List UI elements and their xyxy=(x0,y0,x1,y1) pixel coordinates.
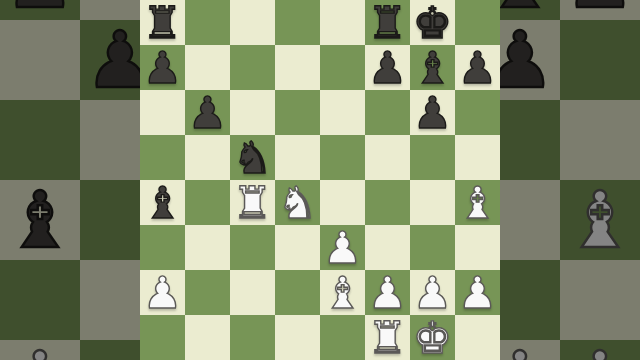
square-d8[interactable] xyxy=(275,0,320,45)
piece-black-pawn[interactable]: ♟ xyxy=(458,46,497,90)
square-a8[interactable]: ♜ xyxy=(140,0,185,45)
square-f3[interactable] xyxy=(365,225,410,270)
square-h1[interactable] xyxy=(455,315,500,360)
square-b3[interactable] xyxy=(185,225,230,270)
square-b2[interactable] xyxy=(185,270,230,315)
piece-white-pawn[interactable]: ♟ xyxy=(323,226,362,270)
square-e1[interactable] xyxy=(320,315,365,360)
piece-black-pawn[interactable]: ♟ xyxy=(413,91,452,135)
square-g4[interactable] xyxy=(410,180,455,225)
square-g5[interactable] xyxy=(410,135,455,180)
square-a4[interactable]: ♝ xyxy=(140,180,185,225)
piece-white-rook[interactable]: ♜ xyxy=(368,316,407,360)
square-c8[interactable] xyxy=(230,0,275,45)
square-d1[interactable] xyxy=(275,315,320,360)
square-a7[interactable]: ♟ xyxy=(140,45,185,90)
square-f4[interactable] xyxy=(365,180,410,225)
piece-white-knight[interactable]: ♞ xyxy=(278,181,317,225)
square-b7[interactable] xyxy=(185,45,230,90)
piece-black-bishop[interactable]: ♝ xyxy=(143,181,182,225)
square-g8[interactable]: ♚ xyxy=(410,0,455,45)
square-d4[interactable]: ♞ xyxy=(275,180,320,225)
square-a1[interactable] xyxy=(140,315,185,360)
square-g2[interactable]: ♟ xyxy=(410,270,455,315)
piece-black-rook[interactable]: ♜ xyxy=(143,1,182,45)
square-h5[interactable] xyxy=(455,135,500,180)
square-c1[interactable] xyxy=(230,315,275,360)
piece-black-knight[interactable]: ♞ xyxy=(233,136,272,180)
square-b8[interactable] xyxy=(185,0,230,45)
piece-white-pawn[interactable]: ♟ xyxy=(368,271,407,315)
square-h6[interactable] xyxy=(455,90,500,135)
square-c7[interactable] xyxy=(230,45,275,90)
square-f1[interactable]: ♜ xyxy=(365,315,410,360)
square-b4[interactable] xyxy=(185,180,230,225)
square-e5[interactable] xyxy=(320,135,365,180)
square-d5[interactable] xyxy=(275,135,320,180)
square-f7[interactable]: ♟ xyxy=(365,45,410,90)
piece-white-king[interactable]: ♚ xyxy=(413,316,452,360)
piece-white-pawn[interactable]: ♟ xyxy=(143,271,182,315)
square-g1[interactable]: ♚ xyxy=(410,315,455,360)
piece-black-pawn[interactable]: ♟ xyxy=(368,46,407,90)
piece-black-king[interactable]: ♚ xyxy=(413,1,452,45)
chess-board[interactable]: ♜♜♚♟♟♝♟♟♟♞♝♜♞♝♟♟♝♟♟♟♜♚ xyxy=(140,0,500,360)
piece-black-bishop[interactable]: ♝ xyxy=(413,46,452,90)
piece-white-pawn[interactable]: ♟ xyxy=(413,271,452,315)
piece-black-pawn[interactable]: ♟ xyxy=(143,46,182,90)
shorts-video-frame: ♜♜♚♟♟♝♟♟♟♞♝♜♞♝♟♟♝♟♟♟♜♚ ♜♜♚♟♟♝♟♟♟♞♝♜♞♝♟♟♝… xyxy=(0,0,640,360)
piece-black-pawn[interactable]: ♟ xyxy=(188,91,227,135)
piece-white-rook[interactable]: ♜ xyxy=(233,181,272,225)
square-c3[interactable] xyxy=(230,225,275,270)
square-c4[interactable]: ♜ xyxy=(230,180,275,225)
piece-black-rook[interactable]: ♜ xyxy=(368,1,407,45)
square-b1[interactable] xyxy=(185,315,230,360)
square-f2[interactable]: ♟ xyxy=(365,270,410,315)
square-c2[interactable] xyxy=(230,270,275,315)
square-f8[interactable]: ♜ xyxy=(365,0,410,45)
square-h8[interactable] xyxy=(455,0,500,45)
piece-white-bishop[interactable]: ♝ xyxy=(323,271,362,315)
square-f6[interactable] xyxy=(365,90,410,135)
square-d2[interactable] xyxy=(275,270,320,315)
square-g7[interactable]: ♝ xyxy=(410,45,455,90)
square-d7[interactable] xyxy=(275,45,320,90)
square-a6[interactable] xyxy=(140,90,185,135)
square-b6[interactable]: ♟ xyxy=(185,90,230,135)
square-c5[interactable]: ♞ xyxy=(230,135,275,180)
square-e8[interactable] xyxy=(320,0,365,45)
square-f5[interactable] xyxy=(365,135,410,180)
square-e7[interactable] xyxy=(320,45,365,90)
square-h7[interactable]: ♟ xyxy=(455,45,500,90)
square-b5[interactable] xyxy=(185,135,230,180)
square-e6[interactable] xyxy=(320,90,365,135)
square-a3[interactable] xyxy=(140,225,185,270)
square-h3[interactable] xyxy=(455,225,500,270)
square-e4[interactable] xyxy=(320,180,365,225)
square-e3[interactable]: ♟ xyxy=(320,225,365,270)
square-d3[interactable] xyxy=(275,225,320,270)
square-d6[interactable] xyxy=(275,90,320,135)
square-g6[interactable]: ♟ xyxy=(410,90,455,135)
square-e2[interactable]: ♝ xyxy=(320,270,365,315)
square-h4[interactable]: ♝ xyxy=(455,180,500,225)
piece-white-bishop[interactable]: ♝ xyxy=(458,181,497,225)
square-c6[interactable] xyxy=(230,90,275,135)
square-a2[interactable]: ♟ xyxy=(140,270,185,315)
square-g3[interactable] xyxy=(410,225,455,270)
square-a5[interactable] xyxy=(140,135,185,180)
piece-white-pawn[interactable]: ♟ xyxy=(458,271,497,315)
square-h2[interactable]: ♟ xyxy=(455,270,500,315)
